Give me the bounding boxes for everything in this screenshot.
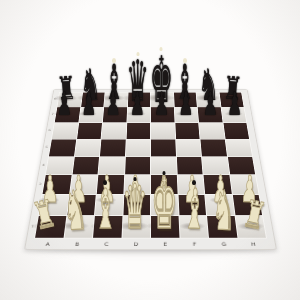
black-pawn-glyph: ♟	[130, 89, 145, 121]
black-pawn-glyph: ♟	[154, 89, 169, 121]
black-pawn-glyph: ♟	[57, 89, 72, 121]
black-pawn-glyph: ♟	[81, 89, 96, 121]
contrast-finial-tip	[133, 177, 136, 181]
contrast-finial-tip	[103, 180, 107, 185]
white-king-glyph: ♚	[151, 170, 177, 241]
pieces-layer: ♜♞♝♛♚♝♞♜♟♟♟♟♟♟♟♟♟♟♟♟♟♟♟♟♜♞♝♛♚♝♞♜	[0, 0, 300, 300]
white-bishop-glyph: ♝	[182, 182, 205, 238]
white-queen-glyph: ♛	[122, 177, 147, 239]
contrast-finial-tip	[160, 47, 163, 51]
contrast-finial-tip	[192, 180, 196, 185]
black-pawn-glyph: ♟	[178, 89, 193, 121]
contrast-finial-tip	[112, 58, 116, 63]
black-pawn-glyph: ♟	[105, 89, 120, 121]
black-pawn-glyph: ♟	[227, 89, 242, 121]
contrast-finial-tip	[183, 58, 187, 63]
white-bishop-glyph: ♝	[95, 182, 117, 237]
white-knight-glyph: ♞	[62, 182, 88, 238]
contrast-finial-tip	[163, 171, 166, 175]
contrast-finial-tip	[136, 52, 139, 56]
black-pawn-glyph: ♟	[203, 89, 218, 121]
photo-canvas: ABCDEFGH 87654321 ♜♞♝♛♚♝♞♜♟♟♟♟♟♟♟♟♟♟♟♟♟♟…	[0, 0, 300, 300]
white-knight-glyph: ♞	[211, 182, 237, 238]
